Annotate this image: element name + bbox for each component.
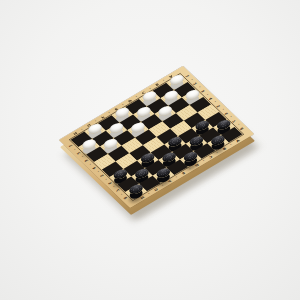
label-separator-dot: · [104, 178, 108, 181]
label-separator-dot: · [237, 123, 241, 126]
label-separator-dot: · [206, 93, 210, 96]
label-separator-dot: · [80, 128, 84, 131]
label-separator-dot: · [190, 78, 194, 81]
label-separator-dot: · [229, 115, 233, 118]
label-separator-dot: · [229, 143, 233, 146]
label-separator-dot: · [147, 192, 151, 195]
label-separator-dot: · [198, 85, 202, 88]
label-separator-dot: · [148, 87, 152, 90]
label-separator-dot: · [162, 79, 166, 82]
label-separator-dot: · [120, 193, 124, 196]
label-separator-dot: · [161, 184, 165, 187]
label-separator-dot: · [73, 148, 77, 151]
label-separator-dot: · [112, 185, 116, 188]
label-separator-dot: · [134, 95, 138, 98]
label-separator-dot: · [213, 100, 217, 103]
label-separator-dot: · [215, 151, 219, 154]
label-separator-dot: · [188, 168, 192, 171]
product-photo-scene: AA11BB22····CC33····DD44····EE55····FF66… [0, 0, 300, 300]
label-separator-dot: · [94, 120, 98, 123]
label-separator-dot: · [121, 103, 125, 106]
label-separator-dot: · [96, 170, 100, 173]
label-separator-dot: · [107, 111, 111, 114]
label-separator-dot: · [88, 163, 92, 166]
label-separator-dot: · [221, 108, 225, 111]
checkers-board: AA11BB22····CC33····DD44····EE55····FF66… [59, 66, 254, 208]
label-separator-dot: · [174, 176, 178, 179]
label-separator-dot: · [202, 159, 206, 162]
label-separator-dot: · [81, 155, 85, 158]
